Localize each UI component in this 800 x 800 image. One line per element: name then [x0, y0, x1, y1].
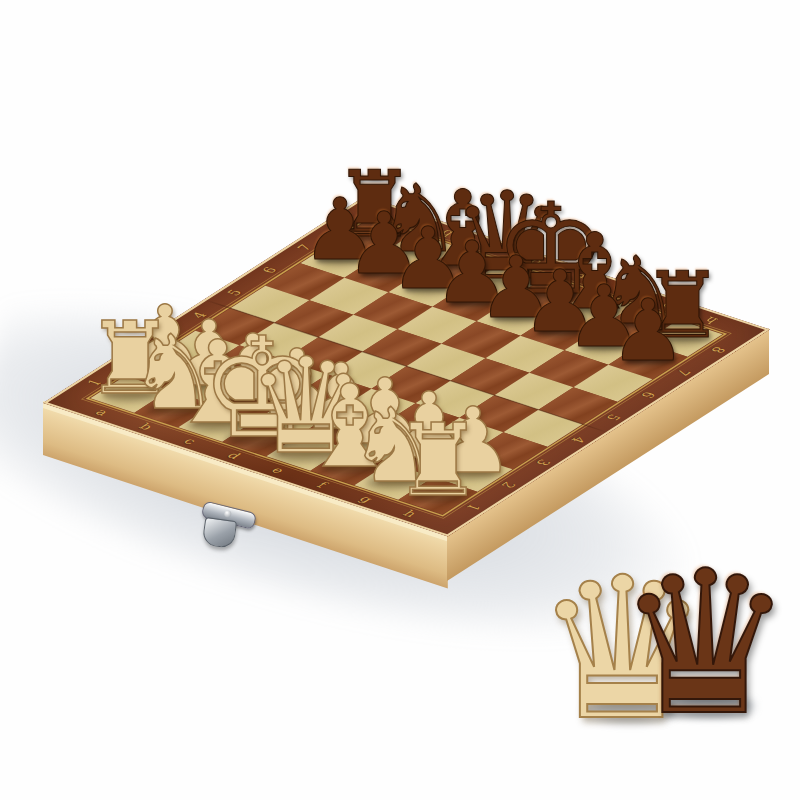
spare-dark-queen-shadow	[668, 696, 754, 716]
scene: aabbccddeeffgghh1122334455667788 ♜♞♟♝♟♛♟…	[0, 0, 800, 800]
clasp-hook	[202, 517, 238, 549]
spare-light-queen-shadow	[585, 700, 675, 722]
